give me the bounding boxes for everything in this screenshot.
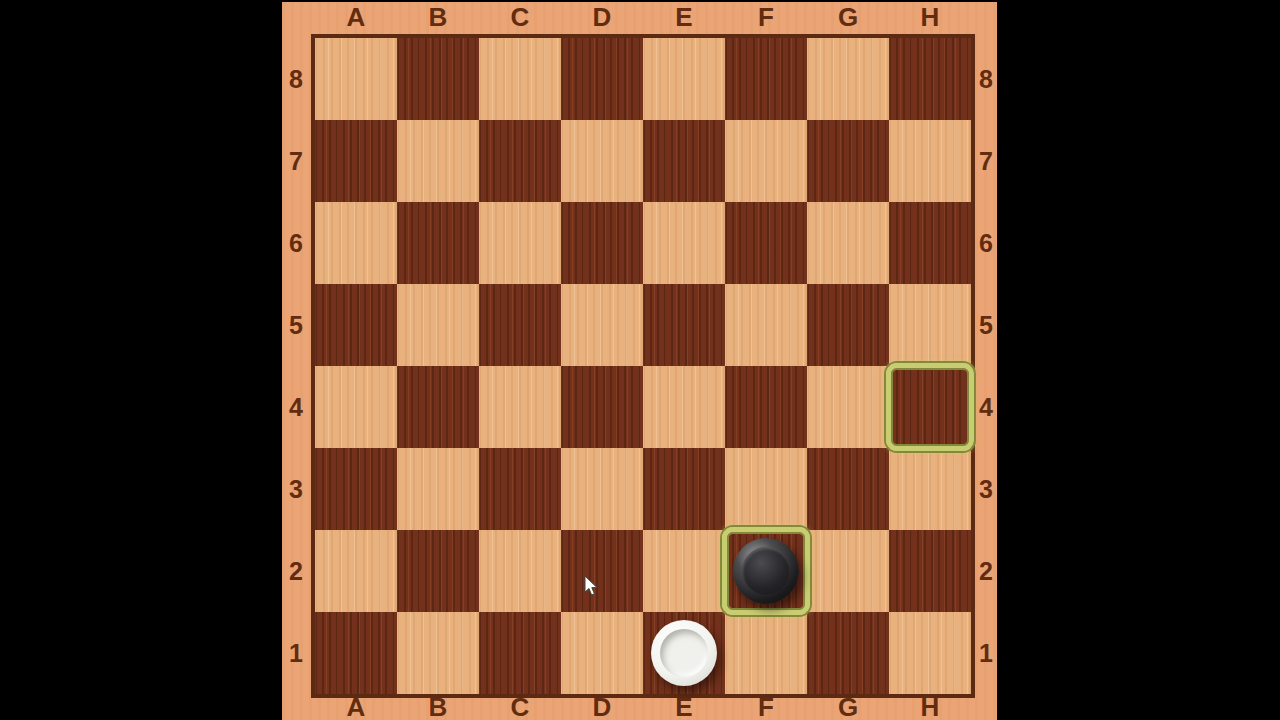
rank-labels-right: 87654321 bbox=[975, 38, 997, 694]
file-label-top-C: C bbox=[479, 1, 561, 34]
file-label-top-B: B bbox=[397, 1, 479, 34]
square-H5[interactable] bbox=[889, 284, 971, 366]
square-B3[interactable] bbox=[397, 448, 479, 530]
square-E6[interactable] bbox=[643, 202, 725, 284]
rank-label-right-5: 5 bbox=[975, 284, 997, 366]
square-D3[interactable] bbox=[561, 448, 643, 530]
file-labels-top: ABCDEFGH bbox=[315, 1, 971, 34]
square-B2[interactable] bbox=[397, 530, 479, 612]
file-label-top-F: F bbox=[725, 1, 807, 34]
square-C4[interactable] bbox=[479, 366, 561, 448]
square-D6[interactable] bbox=[561, 202, 643, 284]
square-A6[interactable] bbox=[315, 202, 397, 284]
square-A2[interactable] bbox=[315, 530, 397, 612]
file-label-top-A: A bbox=[315, 1, 397, 34]
square-D4[interactable] bbox=[561, 366, 643, 448]
square-D7[interactable] bbox=[561, 120, 643, 202]
square-G5[interactable] bbox=[807, 284, 889, 366]
square-C2[interactable] bbox=[479, 530, 561, 612]
rank-label-right-3: 3 bbox=[975, 448, 997, 530]
file-label-top-E: E bbox=[643, 1, 725, 34]
file-label-top-H: H bbox=[889, 1, 971, 34]
black-checker-F2[interactable] bbox=[733, 538, 799, 604]
square-G3[interactable] bbox=[807, 448, 889, 530]
square-E8[interactable] bbox=[643, 38, 725, 120]
rank-labels-left: 87654321 bbox=[281, 38, 311, 694]
square-D5[interactable] bbox=[561, 284, 643, 366]
square-G4[interactable] bbox=[807, 366, 889, 448]
square-E2[interactable] bbox=[643, 530, 725, 612]
square-F6[interactable] bbox=[725, 202, 807, 284]
square-E4[interactable] bbox=[643, 366, 725, 448]
file-label-top-D: D bbox=[561, 1, 643, 34]
square-C3[interactable] bbox=[479, 448, 561, 530]
square-B5[interactable] bbox=[397, 284, 479, 366]
file-label-top-G: G bbox=[807, 1, 889, 34]
square-H8[interactable] bbox=[889, 38, 971, 120]
rank-label-right-1: 1 bbox=[975, 612, 997, 694]
square-A8[interactable] bbox=[315, 38, 397, 120]
square-H2[interactable] bbox=[889, 530, 971, 612]
square-E3[interactable] bbox=[643, 448, 725, 530]
rank-label-left-1: 1 bbox=[281, 612, 311, 694]
square-G1[interactable] bbox=[807, 612, 889, 694]
square-C7[interactable] bbox=[479, 120, 561, 202]
square-G6[interactable] bbox=[807, 202, 889, 284]
white-checker-E1[interactable] bbox=[651, 620, 717, 686]
square-D8[interactable] bbox=[561, 38, 643, 120]
rank-label-right-2: 2 bbox=[975, 530, 997, 612]
rank-label-left-7: 7 bbox=[281, 120, 311, 202]
square-A7[interactable] bbox=[315, 120, 397, 202]
square-B6[interactable] bbox=[397, 202, 479, 284]
square-H6[interactable] bbox=[889, 202, 971, 284]
square-B4[interactable] bbox=[397, 366, 479, 448]
square-D2[interactable] bbox=[561, 530, 643, 612]
rank-label-left-6: 6 bbox=[281, 202, 311, 284]
square-H3[interactable] bbox=[889, 448, 971, 530]
rank-label-left-4: 4 bbox=[281, 366, 311, 448]
square-E7[interactable] bbox=[643, 120, 725, 202]
highlight-H4 bbox=[886, 363, 974, 451]
square-G7[interactable] bbox=[807, 120, 889, 202]
square-F8[interactable] bbox=[725, 38, 807, 120]
rank-label-right-7: 7 bbox=[975, 120, 997, 202]
rank-label-right-6: 6 bbox=[975, 202, 997, 284]
square-H1[interactable] bbox=[889, 612, 971, 694]
square-A3[interactable] bbox=[315, 448, 397, 530]
square-A4[interactable] bbox=[315, 366, 397, 448]
square-F4[interactable] bbox=[725, 366, 807, 448]
square-C1[interactable] bbox=[479, 612, 561, 694]
square-F5[interactable] bbox=[725, 284, 807, 366]
square-B8[interactable] bbox=[397, 38, 479, 120]
square-C8[interactable] bbox=[479, 38, 561, 120]
square-C5[interactable] bbox=[479, 284, 561, 366]
rank-label-right-8: 8 bbox=[975, 38, 997, 120]
rank-label-left-2: 2 bbox=[281, 530, 311, 612]
square-E5[interactable] bbox=[643, 284, 725, 366]
square-F7[interactable] bbox=[725, 120, 807, 202]
square-B1[interactable] bbox=[397, 612, 479, 694]
square-C6[interactable] bbox=[479, 202, 561, 284]
square-A1[interactable] bbox=[315, 612, 397, 694]
square-A5[interactable] bbox=[315, 284, 397, 366]
video-frame: ABCDEFGH ABCDEFGH 87654321 87654321 bbox=[0, 0, 1280, 720]
rank-label-right-4: 4 bbox=[975, 366, 997, 448]
square-F3[interactable] bbox=[725, 448, 807, 530]
square-B7[interactable] bbox=[397, 120, 479, 202]
rank-label-left-3: 3 bbox=[281, 448, 311, 530]
square-G2[interactable] bbox=[807, 530, 889, 612]
square-D1[interactable] bbox=[561, 612, 643, 694]
square-G8[interactable] bbox=[807, 38, 889, 120]
square-H7[interactable] bbox=[889, 120, 971, 202]
square-F1[interactable] bbox=[725, 612, 807, 694]
board bbox=[311, 34, 975, 698]
rank-label-left-5: 5 bbox=[281, 284, 311, 366]
rank-label-left-8: 8 bbox=[281, 38, 311, 120]
